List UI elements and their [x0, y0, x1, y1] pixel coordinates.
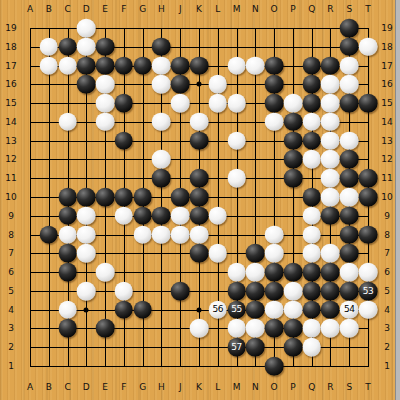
stone-black — [96, 319, 115, 338]
stone-white — [227, 94, 246, 113]
row-label-left: 5 — [8, 286, 14, 295]
column-label-top: Q — [308, 5, 315, 14]
row-label-right: 10 — [381, 193, 392, 202]
column-label-top: T — [365, 5, 371, 14]
row-label-right: 6 — [384, 268, 390, 277]
stone-black — [340, 150, 359, 169]
row-label-left: 13 — [5, 136, 16, 145]
column-label-top: D — [83, 5, 90, 14]
row-label-right: 14 — [381, 117, 392, 126]
column-label-bottom: K — [196, 383, 202, 392]
stone-black — [265, 94, 284, 113]
stone-black — [302, 94, 321, 113]
move-number-label: 54 — [344, 305, 354, 314]
stone-white — [284, 94, 303, 113]
column-label-top: G — [139, 5, 146, 14]
row-label-right: 3 — [384, 324, 390, 333]
stone-black — [152, 207, 171, 226]
column-label-top: A — [27, 5, 33, 14]
row-label-right: 13 — [381, 136, 392, 145]
stone-black — [96, 37, 115, 56]
stone-white — [227, 263, 246, 282]
stone-white — [96, 75, 115, 94]
column-label-top: B — [46, 5, 52, 14]
column-label-bottom: J — [179, 383, 182, 392]
row-label-left: 3 — [8, 324, 14, 333]
stone-white — [265, 113, 284, 132]
star-point — [84, 307, 89, 312]
stone-black — [340, 282, 359, 301]
stone-white — [265, 300, 284, 319]
stone-black — [284, 131, 303, 150]
stone-black — [302, 131, 321, 150]
column-label-bottom: H — [158, 383, 165, 392]
stone-white — [58, 300, 77, 319]
stone-black — [77, 75, 96, 94]
stone-white — [302, 244, 321, 263]
stone-white — [190, 225, 209, 244]
stone-white — [340, 56, 359, 75]
stone-white — [302, 207, 321, 226]
stone-black — [115, 94, 134, 113]
stone-black — [265, 319, 284, 338]
stone-white — [227, 319, 246, 338]
stone-black — [340, 207, 359, 226]
stone-white — [265, 244, 284, 263]
stone-white — [209, 207, 228, 226]
stone-white — [340, 131, 359, 150]
stone-black — [227, 282, 246, 301]
stone-black — [340, 94, 359, 113]
stone-black — [190, 188, 209, 207]
stone-white — [209, 244, 228, 263]
stone-black — [265, 357, 284, 376]
stone-black — [340, 37, 359, 56]
stone-white — [284, 300, 303, 319]
stone-black — [246, 300, 265, 319]
stone-white — [321, 244, 340, 263]
stone-black — [58, 263, 77, 282]
stone-white — [302, 150, 321, 169]
column-label-top: L — [215, 5, 220, 14]
stone-black — [340, 244, 359, 263]
stone-white — [340, 188, 359, 207]
stone-black — [359, 188, 378, 207]
star-point — [197, 82, 202, 87]
stone-black — [133, 56, 152, 75]
column-label-bottom: P — [290, 383, 295, 392]
stone-black — [265, 75, 284, 94]
stone-black — [302, 263, 321, 282]
stone-black — [152, 169, 171, 188]
stone-black — [171, 56, 190, 75]
stone-black — [246, 338, 265, 357]
stone-white — [265, 225, 284, 244]
column-label-top: P — [290, 5, 295, 14]
stone-black — [77, 188, 96, 207]
row-label-right: 4 — [384, 305, 390, 314]
row-label-left: 10 — [5, 193, 16, 202]
stone-white — [190, 319, 209, 338]
column-label-bottom: D — [83, 383, 90, 392]
stone-white: 54 — [340, 300, 359, 319]
stone-white — [359, 300, 378, 319]
stone-black — [39, 225, 58, 244]
column-label-bottom: C — [64, 383, 70, 392]
column-label-top: E — [102, 5, 108, 14]
row-label-right: 15 — [381, 99, 392, 108]
stone-white — [152, 150, 171, 169]
stone-white — [340, 263, 359, 282]
stone-black — [77, 56, 96, 75]
stone-black — [58, 319, 77, 338]
stone-white — [321, 169, 340, 188]
stone-black — [96, 56, 115, 75]
stone-black: 53 — [359, 282, 378, 301]
row-label-right: 17 — [381, 61, 392, 70]
stone-white — [340, 75, 359, 94]
stone-black — [284, 338, 303, 357]
stone-white — [302, 225, 321, 244]
stone-white — [77, 37, 96, 56]
stone-white — [39, 56, 58, 75]
stone-white — [321, 150, 340, 169]
row-label-left: 8 — [8, 230, 14, 239]
stone-black — [171, 75, 190, 94]
stone-white — [171, 207, 190, 226]
stone-white — [152, 75, 171, 94]
stone-black — [284, 150, 303, 169]
row-label-left: 11 — [5, 174, 16, 183]
row-label-left: 6 — [8, 268, 14, 277]
row-label-left: 15 — [5, 99, 16, 108]
row-label-right: 9 — [384, 211, 390, 220]
stone-white — [246, 319, 265, 338]
stone-white — [58, 56, 77, 75]
stone-black — [171, 188, 190, 207]
stone-black: 55 — [227, 300, 246, 319]
stone-black — [321, 263, 340, 282]
stone-black — [302, 300, 321, 319]
row-label-right: 1 — [384, 362, 390, 371]
stone-white — [302, 319, 321, 338]
column-label-bottom: O — [271, 383, 278, 392]
column-label-bottom: B — [46, 383, 52, 392]
row-label-right: 5 — [384, 286, 390, 295]
stone-black — [190, 131, 209, 150]
stone-white — [321, 75, 340, 94]
stone-white — [227, 56, 246, 75]
column-label-bottom: S — [346, 383, 352, 392]
stone-black — [359, 94, 378, 113]
row-label-right: 11 — [381, 174, 392, 183]
stone-black: 57 — [227, 338, 246, 357]
row-label-right: 7 — [384, 249, 390, 258]
go-board[interactable]: AABBCCDDEEFFGGHHJJKKLLMMNNOOPPQQRRSSTT19… — [0, 0, 400, 400]
stone-white — [321, 319, 340, 338]
stone-black — [115, 131, 134, 150]
row-label-left: 18 — [5, 42, 16, 51]
move-number-label: 57 — [231, 343, 241, 352]
stone-white — [152, 225, 171, 244]
stone-black — [321, 207, 340, 226]
stone-white — [284, 282, 303, 301]
column-label-bottom: L — [215, 383, 220, 392]
stone-black — [58, 37, 77, 56]
stone-white — [152, 113, 171, 132]
stone-white — [321, 113, 340, 132]
row-label-left: 9 — [8, 211, 14, 220]
row-label-right: 12 — [381, 155, 392, 164]
column-label-bottom: T — [365, 383, 371, 392]
stone-black — [265, 282, 284, 301]
stone-black — [133, 300, 152, 319]
column-label-bottom: M — [233, 383, 241, 392]
stone-black — [265, 263, 284, 282]
stone-white — [359, 37, 378, 56]
stone-black — [359, 225, 378, 244]
move-number-label: 56 — [213, 305, 223, 314]
stone-white — [302, 113, 321, 132]
stone-white — [96, 113, 115, 132]
stone-black — [302, 75, 321, 94]
stone-white — [321, 188, 340, 207]
grid-hline — [30, 366, 369, 367]
stone-white — [58, 225, 77, 244]
stone-black — [284, 113, 303, 132]
stone-black — [284, 319, 303, 338]
stone-white — [227, 169, 246, 188]
stone-white — [302, 338, 321, 357]
row-label-left: 4 — [8, 305, 14, 314]
row-label-right: 8 — [384, 230, 390, 239]
stone-white — [77, 244, 96, 263]
stone-black — [96, 188, 115, 207]
stone-black — [340, 225, 359, 244]
stone-white: 56 — [209, 300, 228, 319]
stone-white — [359, 263, 378, 282]
stone-white — [77, 282, 96, 301]
stone-black — [321, 56, 340, 75]
column-label-top: R — [327, 5, 333, 14]
row-label-right: 2 — [384, 343, 390, 352]
column-label-bottom: F — [121, 383, 126, 392]
stone-black — [340, 19, 359, 38]
column-label-bottom: Q — [308, 383, 315, 392]
stone-black — [359, 169, 378, 188]
stone-white — [246, 263, 265, 282]
stone-white — [321, 94, 340, 113]
stone-black — [284, 263, 303, 282]
stone-black — [190, 169, 209, 188]
stone-black — [190, 207, 209, 226]
stone-black — [190, 244, 209, 263]
stone-black — [340, 169, 359, 188]
stone-black — [171, 282, 190, 301]
column-label-bottom: R — [327, 383, 333, 392]
stone-black — [133, 188, 152, 207]
column-label-top: S — [346, 5, 352, 14]
stone-white — [340, 319, 359, 338]
row-label-left: 2 — [8, 343, 14, 352]
column-label-top: M — [233, 5, 241, 14]
stone-black — [246, 244, 265, 263]
stone-black — [115, 188, 134, 207]
move-number-label: 53 — [363, 286, 373, 295]
row-label-left: 16 — [5, 80, 16, 89]
column-label-top: J — [179, 5, 182, 14]
star-point — [197, 307, 202, 312]
stone-white — [227, 131, 246, 150]
stone-black — [321, 282, 340, 301]
stone-black — [115, 300, 134, 319]
column-label-bottom: N — [252, 383, 259, 392]
stone-white — [96, 94, 115, 113]
stone-white — [209, 94, 228, 113]
stone-white — [77, 19, 96, 38]
row-label-left: 7 — [8, 249, 14, 258]
stone-white — [77, 225, 96, 244]
stone-black — [58, 244, 77, 263]
stone-black — [321, 300, 340, 319]
stone-white — [58, 113, 77, 132]
row-label-left: 17 — [5, 61, 16, 70]
move-number-label: 55 — [231, 305, 241, 314]
stone-black — [115, 56, 134, 75]
stone-white — [190, 113, 209, 132]
column-label-top: C — [64, 5, 70, 14]
stone-black — [190, 56, 209, 75]
column-label-bottom: G — [139, 383, 146, 392]
stone-black — [246, 282, 265, 301]
stone-black — [302, 188, 321, 207]
stone-black — [152, 37, 171, 56]
stone-white — [77, 207, 96, 226]
row-label-right: 18 — [381, 42, 392, 51]
column-label-top: H — [158, 5, 165, 14]
stone-black — [302, 56, 321, 75]
stone-white — [133, 225, 152, 244]
stone-white — [209, 75, 228, 94]
row-label-left: 12 — [5, 155, 16, 164]
row-label-right: 16 — [381, 80, 392, 89]
row-label-right: 19 — [381, 24, 392, 33]
column-label-bottom: A — [27, 383, 33, 392]
column-label-top: F — [121, 5, 126, 14]
stone-white — [321, 131, 340, 150]
stone-white — [246, 56, 265, 75]
column-label-top: N — [252, 5, 259, 14]
stone-black — [265, 56, 284, 75]
column-label-bottom: E — [102, 383, 108, 392]
stone-white — [171, 225, 190, 244]
column-label-top: K — [196, 5, 202, 14]
stone-black — [58, 207, 77, 226]
stone-white — [171, 94, 190, 113]
column-label-top: O — [271, 5, 278, 14]
row-label-left: 14 — [5, 117, 16, 126]
stone-black — [284, 169, 303, 188]
row-label-left: 19 — [5, 24, 16, 33]
stone-white — [96, 263, 115, 282]
stone-white — [115, 207, 134, 226]
stone-white — [115, 282, 134, 301]
stone-black — [302, 282, 321, 301]
row-label-left: 1 — [8, 362, 14, 371]
stone-black — [58, 188, 77, 207]
stone-white — [39, 37, 58, 56]
stone-black — [133, 207, 152, 226]
stone-white — [152, 56, 171, 75]
window-edge-strip — [395, 0, 400, 400]
